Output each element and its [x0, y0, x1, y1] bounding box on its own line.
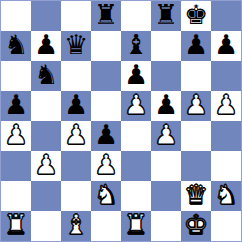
white-rook: ♜ [124, 211, 148, 240]
square-d6[interactable] [91, 61, 121, 91]
black-pawn: ♟ [214, 31, 238, 60]
square-h8[interactable] [211, 1, 241, 31]
square-h1[interactable] [211, 211, 241, 241]
square-d8[interactable]: ♜ [91, 1, 121, 31]
square-h6[interactable] [211, 61, 241, 91]
square-b3[interactable]: ♟ [31, 151, 61, 181]
white-pawn: ♟ [64, 121, 88, 150]
square-g6[interactable] [181, 61, 211, 91]
square-d4[interactable]: ♟ [91, 121, 121, 151]
black-pawn: ♟ [154, 91, 178, 120]
square-f5[interactable]: ♟ [151, 91, 181, 121]
square-h7[interactable]: ♟ [211, 31, 241, 61]
square-a7[interactable]: ♞ [1, 31, 31, 61]
black-queen: ♛ [64, 31, 88, 60]
square-c4[interactable]: ♟ [61, 121, 91, 151]
square-e7[interactable]: ♝ [121, 31, 151, 61]
square-e1[interactable]: ♜ [121, 211, 151, 241]
black-pawn: ♟ [124, 61, 148, 90]
square-a6[interactable] [1, 61, 31, 91]
black-rook: ♜ [154, 1, 178, 30]
square-f8[interactable]: ♜ [151, 1, 181, 31]
square-d3[interactable]: ♟ [91, 151, 121, 181]
square-g5[interactable]: ♟ [181, 91, 211, 121]
white-rook: ♜ [4, 211, 28, 240]
black-pawn: ♟ [64, 91, 88, 120]
black-king: ♚ [184, 1, 208, 30]
chess-board: ♜♜♚♞♟♛♝♟♟♞♟♟♟♟♟♟♟♟♟♟♟♟♟♞♛♞♜♝♜♚ [0, 0, 242, 242]
chess-board-grid: ♜♜♚♞♟♛♝♟♟♞♟♟♟♟♟♟♟♟♟♟♟♟♟♞♛♞♜♝♜♚ [1, 1, 241, 241]
square-g8[interactable]: ♚ [181, 1, 211, 31]
square-e5[interactable]: ♟ [121, 91, 151, 121]
white-knight: ♞ [94, 181, 118, 210]
white-bishop: ♝ [64, 211, 88, 240]
white-king: ♚ [184, 211, 208, 240]
black-pawn: ♟ [94, 121, 118, 150]
square-b2[interactable] [31, 181, 61, 211]
square-c8[interactable] [61, 1, 91, 31]
square-b1[interactable] [31, 211, 61, 241]
black-knight: ♞ [34, 61, 58, 90]
white-pawn: ♟ [4, 121, 28, 150]
square-h3[interactable] [211, 151, 241, 181]
square-c1[interactable]: ♝ [61, 211, 91, 241]
square-a2[interactable] [1, 181, 31, 211]
square-c5[interactable]: ♟ [61, 91, 91, 121]
square-h4[interactable] [211, 121, 241, 151]
black-pawn: ♟ [34, 31, 58, 60]
square-e6[interactable]: ♟ [121, 61, 151, 91]
square-g2[interactable]: ♛ [181, 181, 211, 211]
square-d5[interactable] [91, 91, 121, 121]
black-knight: ♞ [4, 31, 28, 60]
square-a1[interactable]: ♜ [1, 211, 31, 241]
white-pawn: ♟ [34, 151, 58, 180]
square-h5[interactable]: ♟ [211, 91, 241, 121]
square-f3[interactable] [151, 151, 181, 181]
square-a4[interactable]: ♟ [1, 121, 31, 151]
square-d2[interactable]: ♞ [91, 181, 121, 211]
square-b8[interactable] [31, 1, 61, 31]
square-f4[interactable]: ♟ [151, 121, 181, 151]
square-b4[interactable] [31, 121, 61, 151]
square-e2[interactable] [121, 181, 151, 211]
square-b6[interactable]: ♞ [31, 61, 61, 91]
black-pawn: ♟ [4, 91, 28, 120]
white-knight: ♞ [214, 181, 238, 210]
square-b5[interactable] [31, 91, 61, 121]
square-e8[interactable] [121, 1, 151, 31]
white-pawn: ♟ [214, 91, 238, 120]
black-rook: ♜ [94, 1, 118, 30]
black-pawn: ♟ [184, 31, 208, 60]
square-f7[interactable] [151, 31, 181, 61]
white-pawn: ♟ [124, 91, 148, 120]
square-a8[interactable] [1, 1, 31, 31]
square-e3[interactable] [121, 151, 151, 181]
white-queen: ♛ [184, 181, 208, 210]
square-f2[interactable] [151, 181, 181, 211]
square-g4[interactable] [181, 121, 211, 151]
square-d1[interactable] [91, 211, 121, 241]
white-pawn: ♟ [184, 91, 208, 120]
square-c6[interactable] [61, 61, 91, 91]
square-a5[interactable]: ♟ [1, 91, 31, 121]
square-e4[interactable] [121, 121, 151, 151]
square-c7[interactable]: ♛ [61, 31, 91, 61]
square-b7[interactable]: ♟ [31, 31, 61, 61]
square-f1[interactable] [151, 211, 181, 241]
white-pawn: ♟ [94, 151, 118, 180]
black-bishop: ♝ [124, 31, 148, 60]
square-f6[interactable] [151, 61, 181, 91]
square-d7[interactable] [91, 31, 121, 61]
square-a3[interactable] [1, 151, 31, 181]
square-g3[interactable] [181, 151, 211, 181]
square-c3[interactable] [61, 151, 91, 181]
square-g7[interactable]: ♟ [181, 31, 211, 61]
square-h2[interactable]: ♞ [211, 181, 241, 211]
square-c2[interactable] [61, 181, 91, 211]
square-g1[interactable]: ♚ [181, 211, 211, 241]
white-pawn: ♟ [154, 121, 178, 150]
